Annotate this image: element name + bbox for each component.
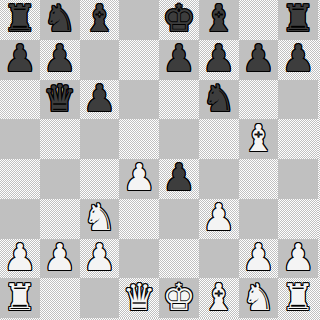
square-b3[interactable] bbox=[40, 199, 80, 239]
square-g7[interactable]: ♟ bbox=[239, 40, 279, 80]
piece-white-bishop[interactable]: ♝ bbox=[202, 279, 235, 316]
square-e1[interactable]: ♚ bbox=[159, 278, 199, 318]
square-h1[interactable]: ♜ bbox=[278, 278, 318, 318]
square-b6[interactable]: ♛ bbox=[40, 80, 80, 120]
square-h7[interactable]: ♟ bbox=[278, 40, 318, 80]
square-g1[interactable]: ♞ bbox=[239, 278, 279, 318]
square-e3[interactable] bbox=[159, 199, 199, 239]
square-e6[interactable] bbox=[159, 80, 199, 120]
piece-black-pawn[interactable]: ♟ bbox=[162, 40, 195, 77]
square-e2[interactable] bbox=[159, 239, 199, 279]
piece-black-pawn[interactable]: ♟ bbox=[282, 40, 315, 77]
square-g6[interactable] bbox=[239, 80, 279, 120]
piece-black-pawn[interactable]: ♟ bbox=[3, 40, 36, 77]
piece-black-king[interactable]: ♚ bbox=[162, 0, 195, 37]
square-a8[interactable]: ♜ bbox=[0, 0, 40, 40]
square-f3[interactable]: ♟ bbox=[199, 199, 239, 239]
square-d5[interactable] bbox=[119, 119, 159, 159]
square-e7[interactable]: ♟ bbox=[159, 40, 199, 80]
piece-black-pawn[interactable]: ♟ bbox=[162, 159, 195, 196]
square-b8[interactable]: ♞ bbox=[40, 0, 80, 40]
square-c5[interactable] bbox=[80, 119, 120, 159]
square-b1[interactable] bbox=[40, 278, 80, 318]
piece-white-rook[interactable]: ♜ bbox=[282, 279, 315, 316]
square-a3[interactable] bbox=[0, 199, 40, 239]
piece-white-pawn[interactable]: ♟ bbox=[83, 239, 116, 276]
piece-white-pawn[interactable]: ♟ bbox=[202, 199, 235, 236]
square-d2[interactable] bbox=[119, 239, 159, 279]
square-e8[interactable]: ♚ bbox=[159, 0, 199, 40]
square-c2[interactable]: ♟ bbox=[80, 239, 120, 279]
square-c6[interactable]: ♟ bbox=[80, 80, 120, 120]
square-a7[interactable]: ♟ bbox=[0, 40, 40, 80]
piece-white-queen[interactable]: ♛ bbox=[123, 279, 156, 316]
square-e5[interactable] bbox=[159, 119, 199, 159]
square-g3[interactable] bbox=[239, 199, 279, 239]
square-d4[interactable]: ♟ bbox=[119, 159, 159, 199]
square-h4[interactable] bbox=[278, 159, 318, 199]
piece-black-pawn[interactable]: ♟ bbox=[202, 40, 235, 77]
square-a6[interactable] bbox=[0, 80, 40, 120]
piece-black-pawn[interactable]: ♟ bbox=[242, 40, 275, 77]
square-f5[interactable] bbox=[199, 119, 239, 159]
piece-black-pawn[interactable]: ♟ bbox=[83, 80, 116, 117]
square-a5[interactable] bbox=[0, 119, 40, 159]
square-g5[interactable]: ♝ bbox=[239, 119, 279, 159]
square-f2[interactable] bbox=[199, 239, 239, 279]
square-b4[interactable] bbox=[40, 159, 80, 199]
square-h6[interactable] bbox=[278, 80, 318, 120]
square-c3[interactable]: ♞ bbox=[80, 199, 120, 239]
piece-white-knight[interactable]: ♞ bbox=[83, 199, 116, 236]
square-c7[interactable] bbox=[80, 40, 120, 80]
square-h5[interactable] bbox=[278, 119, 318, 159]
square-a1[interactable]: ♜ bbox=[0, 278, 40, 318]
square-e4[interactable]: ♟ bbox=[159, 159, 199, 199]
piece-white-knight[interactable]: ♞ bbox=[242, 279, 275, 316]
piece-white-king[interactable]: ♚ bbox=[162, 279, 195, 316]
square-b7[interactable]: ♟ bbox=[40, 40, 80, 80]
piece-white-pawn[interactable]: ♟ bbox=[123, 159, 156, 196]
square-b5[interactable] bbox=[40, 119, 80, 159]
piece-white-pawn[interactable]: ♟ bbox=[242, 239, 275, 276]
piece-black-bishop[interactable]: ♝ bbox=[202, 0, 235, 37]
piece-black-knight[interactable]: ♞ bbox=[202, 80, 235, 117]
square-h3[interactable] bbox=[278, 199, 318, 239]
square-b2[interactable]: ♟ bbox=[40, 239, 80, 279]
piece-black-knight[interactable]: ♞ bbox=[43, 0, 76, 37]
chess-board: ♜♞♝♚♝♜♟♟♟♟♟♟♛♟♞♝♟♟♞♟♟♟♟♟♟♜♛♚♝♞♜ bbox=[0, 0, 320, 320]
square-c8[interactable]: ♝ bbox=[80, 0, 120, 40]
square-a4[interactable] bbox=[0, 159, 40, 199]
piece-black-bishop[interactable]: ♝ bbox=[83, 0, 116, 37]
square-f7[interactable]: ♟ bbox=[199, 40, 239, 80]
square-g2[interactable]: ♟ bbox=[239, 239, 279, 279]
piece-black-rook[interactable]: ♜ bbox=[3, 0, 36, 37]
square-d6[interactable] bbox=[119, 80, 159, 120]
square-a2[interactable]: ♟ bbox=[0, 239, 40, 279]
piece-white-rook[interactable]: ♜ bbox=[3, 279, 36, 316]
piece-black-pawn[interactable]: ♟ bbox=[43, 40, 76, 77]
square-c1[interactable] bbox=[80, 278, 120, 318]
square-d3[interactable] bbox=[119, 199, 159, 239]
piece-white-pawn[interactable]: ♟ bbox=[282, 239, 315, 276]
piece-black-queen[interactable]: ♛ bbox=[43, 80, 76, 117]
piece-white-pawn[interactable]: ♟ bbox=[3, 239, 36, 276]
square-f1[interactable]: ♝ bbox=[199, 278, 239, 318]
square-d7[interactable] bbox=[119, 40, 159, 80]
square-f4[interactable] bbox=[199, 159, 239, 199]
square-d8[interactable] bbox=[119, 0, 159, 40]
square-d1[interactable]: ♛ bbox=[119, 278, 159, 318]
piece-black-rook[interactable]: ♜ bbox=[282, 0, 315, 37]
square-c4[interactable] bbox=[80, 159, 120, 199]
square-g8[interactable] bbox=[239, 0, 279, 40]
square-f8[interactable]: ♝ bbox=[199, 0, 239, 40]
square-h8[interactable]: ♜ bbox=[278, 0, 318, 40]
piece-white-pawn[interactable]: ♟ bbox=[43, 239, 76, 276]
square-h2[interactable]: ♟ bbox=[278, 239, 318, 279]
square-f6[interactable]: ♞ bbox=[199, 80, 239, 120]
square-g4[interactable] bbox=[239, 159, 279, 199]
piece-white-bishop[interactable]: ♝ bbox=[242, 120, 275, 157]
